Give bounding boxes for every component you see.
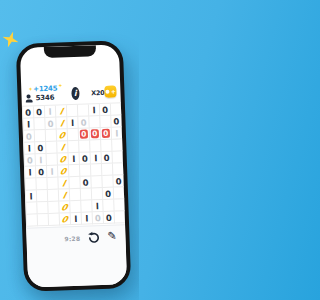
grid-cell[interactable]: l <box>36 154 47 166</box>
grid-cell[interactable]: l <box>23 118 34 130</box>
grid-cell[interactable]: l <box>47 166 58 178</box>
grid-cell[interactable]: l <box>57 141 68 153</box>
coin-icon <box>105 89 110 94</box>
grid-cell[interactable]: l <box>69 153 80 165</box>
grid-cell[interactable] <box>48 190 59 202</box>
grid-cell[interactable] <box>38 214 49 226</box>
grid-cell[interactable] <box>68 129 79 141</box>
grid-cell[interactable]: 0 <box>60 213 71 225</box>
grid-cell[interactable]: l <box>56 105 67 117</box>
grid-cell[interactable] <box>89 116 100 128</box>
info-label: i <box>74 89 77 98</box>
undo-button[interactable] <box>87 230 101 244</box>
grid-cell[interactable] <box>81 188 92 200</box>
grid-cell[interactable] <box>78 104 89 116</box>
grid-cell[interactable]: 0 <box>104 212 115 224</box>
grid-cell[interactable] <box>25 178 36 190</box>
grid-cell[interactable] <box>81 200 92 212</box>
grid-cell[interactable]: 0 <box>36 166 47 178</box>
grid-cell[interactable]: l <box>26 190 37 202</box>
puzzle-grid[interactable]: 00lll0l0ll0000000ll0l0l0l0l0l0l0l00ll00l… <box>22 102 126 226</box>
grid-cell[interactable]: 0 <box>34 106 45 118</box>
grid-cell[interactable] <box>102 164 113 176</box>
grid-cell[interactable] <box>80 164 91 176</box>
grid-cell[interactable] <box>47 154 58 166</box>
grid-cell[interactable]: 0 <box>23 106 34 118</box>
grid-cell[interactable] <box>37 202 48 214</box>
grid-cell[interactable] <box>115 211 126 223</box>
grid-cell[interactable]: 0 <box>103 188 114 200</box>
grid-cell[interactable]: 0 <box>45 118 56 130</box>
grid-cell[interactable]: l <box>45 106 56 118</box>
grid-cell[interactable]: 0 <box>102 152 113 164</box>
phone-frame: +1245 5346 i X20 + 00lll0l0ll00 <box>16 40 132 292</box>
grid-cell[interactable] <box>91 176 102 188</box>
grid-cell[interactable]: 0 <box>58 165 69 177</box>
grid-cell[interactable] <box>35 130 46 142</box>
score-value: 5346 <box>35 94 54 103</box>
grid-cell[interactable] <box>112 139 123 151</box>
grid-cell[interactable]: 0 <box>58 153 69 165</box>
grid-cell[interactable]: 0 <box>90 128 101 140</box>
grid-cell[interactable] <box>68 141 79 153</box>
grid-cell[interactable] <box>103 200 114 212</box>
sparkle-icon <box>28 87 32 91</box>
grid-cell[interactable]: 0 <box>113 175 124 187</box>
grid-cell[interactable]: l <box>71 213 82 225</box>
grid-cell[interactable] <box>113 151 124 163</box>
grid-cell[interactable]: l <box>59 189 70 201</box>
grid-cell[interactable]: l <box>56 117 67 129</box>
grid-cell[interactable] <box>48 202 59 214</box>
grid-cell[interactable] <box>113 163 124 175</box>
grid-cell[interactable] <box>70 201 81 213</box>
grid-cell[interactable] <box>114 187 125 199</box>
grid-cell[interactable]: l <box>82 212 93 224</box>
grid-cell[interactable]: 0 <box>80 176 91 188</box>
grid-cell[interactable] <box>47 178 58 190</box>
grid-cell[interactable]: 0 <box>25 154 36 166</box>
grid-cell[interactable] <box>46 142 57 154</box>
grid-cell[interactable] <box>46 130 57 142</box>
avatar-icon <box>24 94 32 102</box>
grid-cell[interactable] <box>69 165 80 177</box>
bonus-points-label: +1245 <box>33 84 57 93</box>
grid-cell[interactable] <box>100 116 111 128</box>
phone-screen: +1245 5346 i X20 + 00lll0l0ll00 <box>20 44 127 287</box>
grid-cell[interactable]: 0 <box>57 129 68 141</box>
grid-cell[interactable]: l <box>67 117 78 129</box>
grid-cell[interactable]: 0 <box>79 128 90 140</box>
star-sparkle-icon <box>0 29 21 50</box>
coins-shop-button[interactable]: + <box>104 85 116 97</box>
sparkle-icon <box>58 83 62 87</box>
grid-cell[interactable]: l <box>24 142 35 154</box>
grid-cell[interactable] <box>91 164 102 176</box>
grid-cell[interactable]: l <box>91 152 102 164</box>
grid-cell[interactable] <box>101 140 112 152</box>
grid-cell[interactable]: l <box>92 200 103 212</box>
grid-cell[interactable]: l <box>112 127 123 139</box>
grid-cell[interactable] <box>34 118 45 130</box>
hud-bar: +1245 5346 i X20 + <box>24 75 118 102</box>
grid-cell[interactable] <box>102 176 113 188</box>
toolbar: 9:28 ✎ <box>26 225 126 250</box>
timer-label: 9:28 <box>64 234 80 242</box>
undo-icon <box>88 231 101 244</box>
bonus-row: +1245 <box>28 83 62 93</box>
grid-cell[interactable]: 0 <box>24 130 35 142</box>
grid-cell[interactable]: 0 <box>59 201 70 213</box>
grid-cell[interactable] <box>67 105 78 117</box>
edit-pencil-button[interactable]: ✎ <box>107 230 117 244</box>
grid-cell[interactable] <box>111 103 122 115</box>
grid-cell[interactable] <box>90 140 101 152</box>
shop-plus-label: + <box>111 88 116 94</box>
grid-cell[interactable] <box>37 190 48 202</box>
grid-cell[interactable]: 0 <box>100 104 111 116</box>
grid-cell[interactable] <box>36 178 47 190</box>
phone-notch <box>43 45 95 58</box>
info-button[interactable]: i <box>71 87 79 100</box>
grid-cell[interactable] <box>79 140 90 152</box>
multiplier-label: X20 <box>91 89 105 97</box>
grid-cell[interactable]: l <box>58 177 69 189</box>
grid-cell[interactable] <box>70 189 81 201</box>
grid-cell[interactable] <box>27 214 38 226</box>
grid-cell[interactable] <box>114 199 125 211</box>
grid-cell[interactable]: 0 <box>78 116 89 128</box>
grid-cell[interactable] <box>49 214 60 226</box>
grid-cell[interactable]: 0 <box>80 152 91 164</box>
grid-cell[interactable]: l <box>25 166 36 178</box>
grid-cell[interactable]: 0 <box>111 115 122 127</box>
grid-cell[interactable]: 0 <box>93 212 104 224</box>
grid-cell[interactable]: l <box>89 104 100 116</box>
player-profile[interactable]: +1245 5346 <box>24 83 62 102</box>
score-row: 5346 <box>24 93 62 102</box>
grid-cell[interactable]: 0 <box>35 142 46 154</box>
grid-cell[interactable]: 0 <box>101 128 112 140</box>
grid-cell[interactable] <box>26 202 37 214</box>
grid-cell[interactable] <box>92 188 103 200</box>
grid-cell[interactable] <box>69 177 80 189</box>
bottom-panel: 9:28 ✎ <box>26 224 127 287</box>
